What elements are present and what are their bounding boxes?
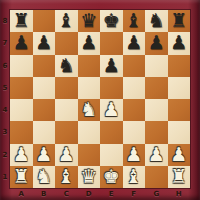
- white-pawn-piece[interactable]: ♟: [35, 144, 52, 165]
- file-label-h: H: [168, 188, 191, 200]
- square-e3[interactable]: [100, 121, 123, 143]
- square-c7[interactable]: [55, 32, 78, 54]
- black-pawn-piece[interactable]: ♟: [35, 32, 52, 53]
- rank-label-8: 8: [0, 10, 10, 32]
- square-c6[interactable]: ♞: [55, 55, 78, 77]
- white-knight-piece[interactable]: ♞: [80, 99, 97, 120]
- white-pawn-piece[interactable]: ♟: [13, 144, 30, 165]
- rank-label-5: 5: [0, 77, 10, 99]
- white-bishop-piece[interactable]: ♝: [125, 166, 142, 187]
- square-g4[interactable]: [145, 99, 168, 121]
- white-bishop-piece[interactable]: ♝: [58, 166, 75, 187]
- square-b1[interactable]: ♞: [33, 166, 56, 188]
- square-g1[interactable]: [145, 166, 168, 188]
- black-pawn-piece[interactable]: ♟: [13, 32, 30, 53]
- black-king-piece[interactable]: ♚: [103, 10, 120, 31]
- file-labels: ABCDEFGH: [10, 188, 190, 200]
- square-e4[interactable]: ♟: [100, 99, 123, 121]
- rank-label-6: 6: [0, 55, 10, 77]
- square-c4[interactable]: [55, 99, 78, 121]
- white-knight-piece[interactable]: ♞: [35, 166, 52, 187]
- square-g8[interactable]: ♞: [145, 10, 168, 32]
- square-d5[interactable]: [78, 77, 101, 99]
- square-e5[interactable]: [100, 77, 123, 99]
- white-rook-piece[interactable]: ♜: [13, 166, 30, 187]
- black-rook-piece[interactable]: ♜: [170, 10, 187, 31]
- square-h3[interactable]: [168, 121, 191, 143]
- square-h7[interactable]: ♟: [168, 32, 191, 54]
- square-e8[interactable]: ♚: [100, 10, 123, 32]
- chess-board: ♜♝♛♚♝♞♜♟♟♟♟♟♟♞♟♞♟♟♟♟♟♟♟♜♞♝♛♚♝♜: [10, 10, 190, 188]
- square-h8[interactable]: ♜: [168, 10, 191, 32]
- square-f7[interactable]: ♟: [123, 32, 146, 54]
- square-c3[interactable]: [55, 121, 78, 143]
- square-e1[interactable]: ♚: [100, 166, 123, 188]
- square-e6[interactable]: ♟: [100, 55, 123, 77]
- white-pawn-piece[interactable]: ♟: [125, 144, 142, 165]
- square-f5[interactable]: [123, 77, 146, 99]
- square-c2[interactable]: ♟: [55, 144, 78, 166]
- square-d2[interactable]: [78, 144, 101, 166]
- black-knight-piece[interactable]: ♞: [58, 55, 75, 76]
- square-e7[interactable]: [100, 32, 123, 54]
- square-g2[interactable]: ♟: [145, 144, 168, 166]
- white-king-piece[interactable]: ♚: [103, 166, 120, 187]
- white-pawn-piece[interactable]: ♟: [148, 144, 165, 165]
- file-label-e: E: [100, 188, 123, 200]
- square-d3[interactable]: [78, 121, 101, 143]
- square-g3[interactable]: [145, 121, 168, 143]
- square-d8[interactable]: ♛: [78, 10, 101, 32]
- square-d1[interactable]: ♛: [78, 166, 101, 188]
- square-b4[interactable]: [33, 99, 56, 121]
- file-label-c: C: [55, 188, 78, 200]
- square-h1[interactable]: ♜: [168, 166, 191, 188]
- square-b5[interactable]: [33, 77, 56, 99]
- square-a1[interactable]: ♜: [10, 166, 33, 188]
- square-f1[interactable]: ♝: [123, 166, 146, 188]
- square-b3[interactable]: [33, 121, 56, 143]
- square-g5[interactable]: [145, 77, 168, 99]
- square-d4[interactable]: ♞: [78, 99, 101, 121]
- square-e2[interactable]: [100, 144, 123, 166]
- square-h2[interactable]: ♟: [168, 144, 191, 166]
- file-label-b: B: [33, 188, 56, 200]
- square-c1[interactable]: ♝: [55, 166, 78, 188]
- square-g7[interactable]: ♟: [145, 32, 168, 54]
- file-label-g: G: [145, 188, 168, 200]
- square-a7[interactable]: ♟: [10, 32, 33, 54]
- file-label-a: A: [10, 188, 33, 200]
- square-f3[interactable]: [123, 121, 146, 143]
- file-label-d: D: [78, 188, 101, 200]
- square-a4[interactable]: [10, 99, 33, 121]
- square-b2[interactable]: ♟: [33, 144, 56, 166]
- square-f6[interactable]: [123, 55, 146, 77]
- rank-label-7: 7: [0, 32, 10, 54]
- black-knight-piece[interactable]: ♞: [148, 10, 165, 31]
- black-bishop-piece[interactable]: ♝: [125, 10, 142, 31]
- square-h4[interactable]: [168, 99, 191, 121]
- black-pawn-piece[interactable]: ♟: [170, 32, 187, 53]
- black-queen-piece[interactable]: ♛: [80, 10, 97, 31]
- black-pawn-piece[interactable]: ♟: [80, 32, 97, 53]
- square-a2[interactable]: ♟: [10, 144, 33, 166]
- white-pawn-piece[interactable]: ♟: [103, 99, 120, 120]
- rank-labels: 87654321: [0, 10, 10, 188]
- square-b8[interactable]: [33, 10, 56, 32]
- rank-label-2: 2: [0, 144, 10, 166]
- square-f8[interactable]: ♝: [123, 10, 146, 32]
- square-h6[interactable]: [168, 55, 191, 77]
- rank-label-4: 4: [0, 99, 10, 121]
- chess-board-frame: 87654321 ♜♝♛♚♝♞♜♟♟♟♟♟♟♞♟♞♟♟♟♟♟♟♟♜♞♝♛♚♝♜ …: [0, 0, 200, 200]
- square-f4[interactable]: [123, 99, 146, 121]
- white-rook-piece[interactable]: ♜: [170, 166, 187, 187]
- square-f2[interactable]: ♟: [123, 144, 146, 166]
- square-h5[interactable]: [168, 77, 191, 99]
- white-pawn-piece[interactable]: ♟: [170, 144, 187, 165]
- square-d7[interactable]: ♟: [78, 32, 101, 54]
- file-label-f: F: [123, 188, 146, 200]
- white-pawn-piece[interactable]: ♟: [58, 144, 75, 165]
- square-a8[interactable]: ♜: [10, 10, 33, 32]
- white-queen-piece[interactable]: ♛: [80, 166, 97, 187]
- black-pawn-piece[interactable]: ♟: [148, 32, 165, 53]
- square-c8[interactable]: ♝: [55, 10, 78, 32]
- black-pawn-piece[interactable]: ♟: [125, 32, 142, 53]
- square-d6[interactable]: [78, 55, 101, 77]
- square-a5[interactable]: [10, 77, 33, 99]
- black-rook-piece[interactable]: ♜: [13, 10, 30, 31]
- square-b6[interactable]: [33, 55, 56, 77]
- black-pawn-piece[interactable]: ♟: [103, 55, 120, 76]
- rank-label-3: 3: [0, 121, 10, 143]
- black-bishop-piece[interactable]: ♝: [58, 10, 75, 31]
- square-a6[interactable]: [10, 55, 33, 77]
- square-b7[interactable]: ♟: [33, 32, 56, 54]
- rank-label-1: 1: [0, 166, 10, 188]
- square-c5[interactable]: [55, 77, 78, 99]
- square-a3[interactable]: [10, 121, 33, 143]
- square-g6[interactable]: [145, 55, 168, 77]
